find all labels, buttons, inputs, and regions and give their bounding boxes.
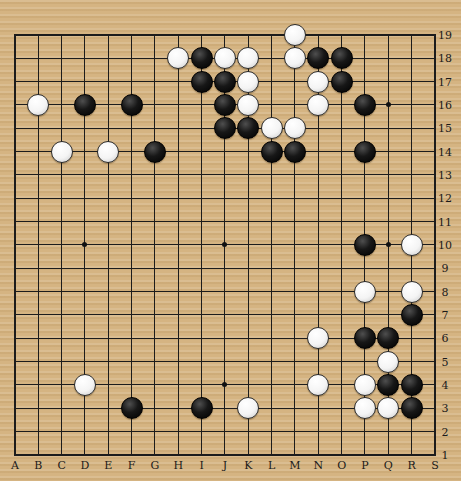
stone-white[interactable] xyxy=(284,47,306,69)
grid-line-h xyxy=(14,361,436,362)
grid-line-h xyxy=(14,268,436,269)
star-point xyxy=(386,102,391,107)
stone-black[interactable] xyxy=(191,397,213,419)
col-label: P xyxy=(357,459,373,472)
col-label: K xyxy=(240,459,256,472)
stone-white[interactable] xyxy=(27,94,49,116)
stone-white[interactable] xyxy=(401,281,423,303)
row-label: 19 xyxy=(436,29,454,42)
star-point xyxy=(222,382,227,387)
star-point xyxy=(222,242,227,247)
stone-black[interactable] xyxy=(401,397,423,419)
stone-white[interactable] xyxy=(167,47,189,69)
stone-black[interactable] xyxy=(354,234,376,256)
row-label: 4 xyxy=(436,379,454,392)
stone-black[interactable] xyxy=(354,94,376,116)
col-label: R xyxy=(404,459,420,472)
stone-black[interactable] xyxy=(237,117,259,139)
col-label: F xyxy=(124,459,140,472)
stone-white[interactable] xyxy=(237,94,259,116)
stone-white[interactable] xyxy=(307,374,329,396)
stone-black[interactable] xyxy=(401,304,423,326)
stone-black[interactable] xyxy=(377,374,399,396)
stone-white[interactable] xyxy=(97,141,119,163)
row-label: 13 xyxy=(436,169,454,182)
col-label: I xyxy=(194,459,210,472)
row-label: 6 xyxy=(436,332,454,345)
col-label: B xyxy=(30,459,46,472)
stone-white[interactable] xyxy=(74,374,96,396)
stone-black[interactable] xyxy=(121,397,143,419)
stone-white[interactable] xyxy=(307,327,329,349)
star-point xyxy=(386,242,391,247)
col-label: D xyxy=(77,459,93,472)
stone-white[interactable] xyxy=(307,71,329,93)
grid-line-h xyxy=(14,314,436,315)
stone-black[interactable] xyxy=(401,374,423,396)
stone-black[interactable] xyxy=(331,47,353,69)
stone-white[interactable] xyxy=(284,117,306,139)
stone-black[interactable] xyxy=(74,94,96,116)
stone-white[interactable] xyxy=(237,397,259,419)
stone-black[interactable] xyxy=(331,71,353,93)
row-label: 9 xyxy=(436,262,454,275)
stone-white[interactable] xyxy=(237,47,259,69)
row-label: 10 xyxy=(436,239,454,252)
stone-white[interactable] xyxy=(284,24,306,46)
grid-line-v xyxy=(271,34,272,456)
row-label: 16 xyxy=(436,99,454,112)
row-label: 7 xyxy=(436,309,454,322)
grid-line-h xyxy=(14,431,436,432)
row-label: 3 xyxy=(436,402,454,415)
stone-white[interactable] xyxy=(237,71,259,93)
stone-black[interactable] xyxy=(191,71,213,93)
stone-white[interactable] xyxy=(401,234,423,256)
col-label: H xyxy=(170,459,186,472)
stone-black[interactable] xyxy=(284,141,306,163)
go-board[interactable]: ABCDEFGHIJKLMNOPQRS 19181716151413121110… xyxy=(0,0,461,481)
star-point xyxy=(82,242,87,247)
row-label: 8 xyxy=(436,286,454,299)
row-label: 14 xyxy=(436,146,454,159)
stone-white[interactable] xyxy=(261,117,283,139)
stone-black[interactable] xyxy=(214,94,236,116)
stone-black[interactable] xyxy=(214,71,236,93)
stone-black[interactable] xyxy=(354,327,376,349)
row-label: 15 xyxy=(436,122,454,135)
col-label: M xyxy=(287,459,303,472)
stone-black[interactable] xyxy=(144,141,166,163)
stone-black[interactable] xyxy=(261,141,283,163)
col-label: L xyxy=(264,459,280,472)
row-label: 1 xyxy=(436,449,454,462)
stone-white[interactable] xyxy=(307,94,329,116)
row-label: 17 xyxy=(436,76,454,89)
stone-white[interactable] xyxy=(377,397,399,419)
stone-white[interactable] xyxy=(354,397,376,419)
stone-white[interactable] xyxy=(377,351,399,373)
row-label: 18 xyxy=(436,52,454,65)
stone-white[interactable] xyxy=(51,141,73,163)
stone-black[interactable] xyxy=(214,117,236,139)
col-label: G xyxy=(147,459,163,472)
stone-black[interactable] xyxy=(307,47,329,69)
col-label: A xyxy=(7,459,23,472)
col-label: J xyxy=(217,459,233,472)
stone-white[interactable] xyxy=(354,281,376,303)
stone-white[interactable] xyxy=(214,47,236,69)
stone-black[interactable] xyxy=(377,327,399,349)
stone-black[interactable] xyxy=(121,94,143,116)
col-label: E xyxy=(100,459,116,472)
stone-black[interactable] xyxy=(191,47,213,69)
stone-white[interactable] xyxy=(354,374,376,396)
col-label: N xyxy=(310,459,326,472)
col-label: O xyxy=(334,459,350,472)
grid-line-h xyxy=(14,454,436,456)
grid-line-v xyxy=(341,34,342,456)
col-label: C xyxy=(54,459,70,472)
col-label: Q xyxy=(380,459,396,472)
row-label: 2 xyxy=(436,426,454,439)
stone-black[interactable] xyxy=(354,141,376,163)
row-label: 5 xyxy=(436,356,454,369)
row-label: 12 xyxy=(436,192,454,205)
row-label: 11 xyxy=(436,216,454,229)
grid-line-v xyxy=(294,34,295,456)
